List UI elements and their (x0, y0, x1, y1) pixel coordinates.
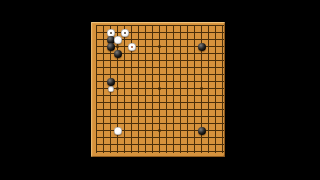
star-point (116, 87, 119, 90)
go-board[interactable] (91, 22, 225, 157)
star-point (200, 87, 203, 90)
black-stone-Q4[interactable] (198, 127, 206, 135)
letterbox-left (0, 0, 66, 180)
dot-mark (110, 32, 112, 34)
white-stone-E18[interactable] (121, 29, 129, 37)
star-point (158, 129, 161, 132)
black-stone-C16[interactable] (107, 43, 115, 51)
star-point (158, 45, 161, 48)
white-stone-F16[interactable] (128, 43, 136, 51)
black-stone-C11[interactable] (107, 78, 115, 86)
white-stone-C10[interactable] (108, 86, 114, 92)
black-stone-D15[interactable] (114, 50, 122, 58)
letterbox-right (254, 0, 320, 180)
black-stone-Q16[interactable] (198, 43, 206, 51)
dot-mark (124, 32, 126, 34)
board-grid[interactable] (93, 22, 226, 155)
white-stone-D17[interactable] (114, 36, 122, 44)
white-stone-D4[interactable] (114, 127, 122, 135)
red-dot-mark (131, 46, 133, 48)
star-point (158, 87, 161, 90)
star-point (116, 45, 119, 48)
